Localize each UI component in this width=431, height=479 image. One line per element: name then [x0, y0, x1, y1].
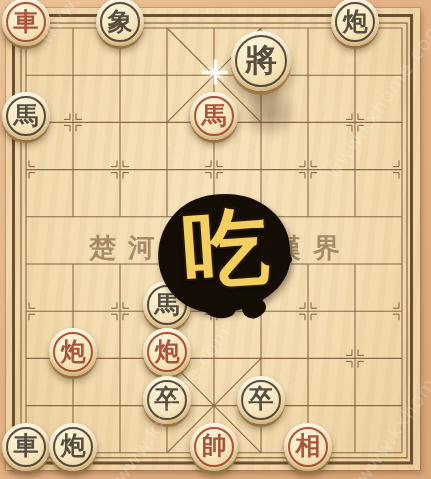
piece-glyph: 炮	[61, 339, 86, 364]
piece-ring: 炮	[53, 332, 93, 372]
piece-black-象[interactable]: 象	[96, 0, 144, 46]
capture-stamp-text: 吃	[179, 189, 273, 312]
piece-ring: 馬	[6, 96, 46, 136]
piece-black-炮[interactable]: 炮	[331, 0, 379, 46]
piece-ring: 象	[100, 2, 140, 42]
piece-ring: 相	[288, 427, 328, 467]
piece-red-車[interactable]: 車	[2, 0, 50, 46]
piece-glyph: 將	[245, 44, 277, 76]
piece-glyph: 象	[108, 9, 133, 34]
piece-glyph: 炮	[155, 339, 180, 364]
piece-ring: 帥	[194, 427, 234, 467]
piece-red-帥[interactable]: 帥	[190, 423, 238, 471]
capture-stamp: 吃	[158, 194, 294, 320]
piece-glyph: 卒	[249, 386, 274, 411]
piece-glyph: 車	[14, 9, 39, 34]
river-label-chu-he: 楚河	[89, 230, 167, 266]
piece-ring: 炮	[53, 427, 93, 467]
ink-splash	[274, 252, 292, 266]
piece-glyph: 馬	[202, 103, 227, 128]
piece-black-車[interactable]: 車	[2, 423, 50, 471]
piece-glyph: 炮	[343, 9, 368, 34]
piece-glyph: 馬	[14, 103, 39, 128]
piece-ring: 車	[6, 427, 46, 467]
piece-black-將-selected[interactable]: 將	[231, 31, 291, 91]
piece-ring: 卒	[147, 380, 187, 420]
piece-ring: 卒	[241, 380, 281, 420]
xiangqi-board[interactable]: 楚河 漢界 車象炮將馬馬馬馬炮炮卒卒車炮帥相 吃 www.kxhome.comw…	[0, 0, 431, 479]
piece-black-卒[interactable]: 卒	[237, 376, 285, 424]
piece-ring: 馬	[194, 96, 234, 136]
piece-ring: 車	[6, 2, 46, 42]
piece-ring: 炮	[335, 2, 375, 42]
piece-glyph: 帥	[202, 433, 227, 458]
piece-glyph: 相	[296, 433, 321, 458]
piece-ring: 將	[235, 35, 287, 87]
piece-ring: 炮	[147, 332, 187, 372]
piece-glyph: 卒	[155, 386, 180, 411]
piece-black-卒[interactable]: 卒	[143, 376, 191, 424]
piece-black-炮[interactable]: 炮	[49, 423, 97, 471]
piece-red-相[interactable]: 相	[284, 423, 332, 471]
floating-piece-shadow	[240, 86, 298, 138]
piece-glyph: 車	[14, 433, 39, 458]
piece-glyph: 炮	[61, 433, 86, 458]
